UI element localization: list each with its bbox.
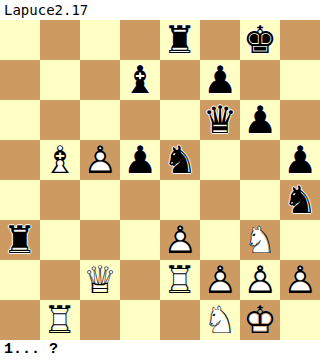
square-d3[interactable] bbox=[120, 220, 160, 260]
square-h3[interactable] bbox=[280, 220, 320, 260]
square-f3[interactable] bbox=[200, 220, 240, 260]
black-bishop: ♝ bbox=[120, 60, 160, 100]
square-h8[interactable] bbox=[280, 20, 320, 60]
square-d8[interactable] bbox=[120, 20, 160, 60]
square-e6[interactable] bbox=[160, 100, 200, 140]
square-g3[interactable]: ♞♘ bbox=[240, 220, 280, 260]
square-a1[interactable] bbox=[0, 300, 40, 340]
white-pawn: ♙ bbox=[240, 260, 280, 300]
square-f7[interactable]: ♟ bbox=[200, 60, 240, 100]
square-a4[interactable] bbox=[0, 180, 40, 220]
square-a8[interactable] bbox=[0, 20, 40, 60]
square-b7[interactable] bbox=[40, 60, 80, 100]
white-rook: ♖ bbox=[160, 260, 200, 300]
square-f1[interactable]: ♞♘ bbox=[200, 300, 240, 340]
white-pawn-fill: ♟ bbox=[200, 260, 240, 300]
white-bishop-fill: ♝ bbox=[40, 140, 80, 180]
black-pawn: ♟ bbox=[200, 60, 240, 100]
square-f5[interactable] bbox=[200, 140, 240, 180]
black-rook: ♜ bbox=[0, 220, 40, 260]
square-e2[interactable]: ♜♖ bbox=[160, 260, 200, 300]
square-e7[interactable] bbox=[160, 60, 200, 100]
square-d7[interactable]: ♝ bbox=[120, 60, 160, 100]
square-c2[interactable]: ♛♕ bbox=[80, 260, 120, 300]
square-b3[interactable] bbox=[40, 220, 80, 260]
diagram-title: Lapuce2.17 bbox=[0, 0, 320, 20]
move-prompt: 1... ? bbox=[0, 340, 320, 360]
square-e4[interactable] bbox=[160, 180, 200, 220]
black-pawn: ♟ bbox=[120, 140, 160, 180]
square-c6[interactable] bbox=[80, 100, 120, 140]
square-c5[interactable]: ♟♙ bbox=[80, 140, 120, 180]
black-pawn: ♟ bbox=[240, 100, 280, 140]
square-b5[interactable]: ♝♗ bbox=[40, 140, 80, 180]
black-pawn: ♟ bbox=[280, 140, 320, 180]
square-d6[interactable] bbox=[120, 100, 160, 140]
white-knight-fill: ♞ bbox=[240, 220, 280, 260]
square-b4[interactable] bbox=[40, 180, 80, 220]
square-c8[interactable] bbox=[80, 20, 120, 60]
square-b1[interactable]: ♜♖ bbox=[40, 300, 80, 340]
white-pawn-fill: ♟ bbox=[80, 140, 120, 180]
square-a2[interactable] bbox=[0, 260, 40, 300]
square-d4[interactable] bbox=[120, 180, 160, 220]
square-g6[interactable]: ♟ bbox=[240, 100, 280, 140]
square-h7[interactable] bbox=[280, 60, 320, 100]
square-d5[interactable]: ♟ bbox=[120, 140, 160, 180]
square-e8[interactable]: ♜ bbox=[160, 20, 200, 60]
square-d1[interactable] bbox=[120, 300, 160, 340]
white-rook: ♖ bbox=[40, 300, 80, 340]
square-a6[interactable] bbox=[0, 100, 40, 140]
chess-diagram: Lapuce2.17 ♜♚♝♟♛♟♝♗♟♙♟♞♟♞♜♟♙♞♘♛♕♜♖♟♙♟♙♟♙… bbox=[0, 0, 320, 360]
white-pawn: ♙ bbox=[80, 140, 120, 180]
square-c3[interactable] bbox=[80, 220, 120, 260]
square-f2[interactable]: ♟♙ bbox=[200, 260, 240, 300]
square-c1[interactable] bbox=[80, 300, 120, 340]
white-pawn: ♙ bbox=[200, 260, 240, 300]
white-knight: ♘ bbox=[240, 220, 280, 260]
square-g2[interactable]: ♟♙ bbox=[240, 260, 280, 300]
white-knight: ♘ bbox=[200, 300, 240, 340]
square-g5[interactable] bbox=[240, 140, 280, 180]
white-rook-fill: ♜ bbox=[40, 300, 80, 340]
white-knight-fill: ♞ bbox=[200, 300, 240, 340]
white-rook-fill: ♜ bbox=[160, 260, 200, 300]
black-rook: ♜ bbox=[160, 20, 200, 60]
white-pawn: ♙ bbox=[280, 260, 320, 300]
square-g1[interactable]: ♚♔ bbox=[240, 300, 280, 340]
black-queen: ♛ bbox=[200, 100, 240, 140]
white-queen-fill: ♛ bbox=[80, 260, 120, 300]
square-d2[interactable] bbox=[120, 260, 160, 300]
square-f4[interactable] bbox=[200, 180, 240, 220]
square-a3[interactable]: ♜ bbox=[0, 220, 40, 260]
square-e3[interactable]: ♟♙ bbox=[160, 220, 200, 260]
square-b8[interactable] bbox=[40, 20, 80, 60]
square-g7[interactable] bbox=[240, 60, 280, 100]
square-h2[interactable]: ♟♙ bbox=[280, 260, 320, 300]
square-f8[interactable] bbox=[200, 20, 240, 60]
white-pawn: ♙ bbox=[160, 220, 200, 260]
white-king: ♔ bbox=[240, 300, 280, 340]
square-e1[interactable] bbox=[160, 300, 200, 340]
square-h5[interactable]: ♟ bbox=[280, 140, 320, 180]
square-g8[interactable]: ♚ bbox=[240, 20, 280, 60]
white-pawn-fill: ♟ bbox=[240, 260, 280, 300]
square-a7[interactable] bbox=[0, 60, 40, 100]
square-h6[interactable] bbox=[280, 100, 320, 140]
white-bishop: ♗ bbox=[40, 140, 80, 180]
square-b6[interactable] bbox=[40, 100, 80, 140]
square-c4[interactable] bbox=[80, 180, 120, 220]
black-king: ♚ bbox=[240, 20, 280, 60]
square-c7[interactable] bbox=[80, 60, 120, 100]
square-g4[interactable] bbox=[240, 180, 280, 220]
square-h4[interactable]: ♞ bbox=[280, 180, 320, 220]
square-b2[interactable] bbox=[40, 260, 80, 300]
square-f6[interactable]: ♛ bbox=[200, 100, 240, 140]
white-king-fill: ♚ bbox=[240, 300, 280, 340]
square-e5[interactable]: ♞ bbox=[160, 140, 200, 180]
square-h1[interactable] bbox=[280, 300, 320, 340]
square-a5[interactable] bbox=[0, 140, 40, 180]
black-knight: ♞ bbox=[160, 140, 200, 180]
white-pawn-fill: ♟ bbox=[160, 220, 200, 260]
white-queen: ♕ bbox=[80, 260, 120, 300]
chess-board: ♜♚♝♟♛♟♝♗♟♙♟♞♟♞♜♟♙♞♘♛♕♜♖♟♙♟♙♟♙♜♖♞♘♚♔ bbox=[0, 20, 320, 340]
black-knight: ♞ bbox=[280, 180, 320, 220]
white-pawn-fill: ♟ bbox=[280, 260, 320, 300]
